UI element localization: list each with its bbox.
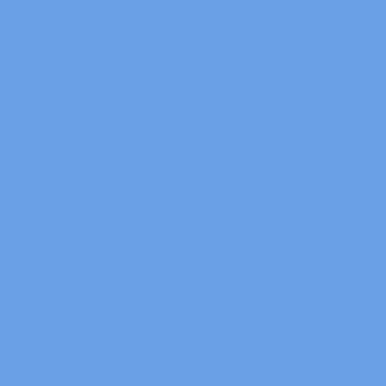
sudoku-board — [0, 0, 386, 386]
